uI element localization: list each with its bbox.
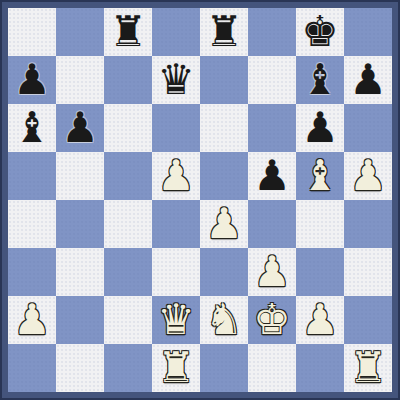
- square-b2[interactable]: [56, 296, 104, 344]
- square-e2[interactable]: ♞: [200, 296, 248, 344]
- white-rook-h1[interactable]: ♜: [349, 344, 387, 392]
- white-bishop-g5[interactable]: ♝: [301, 152, 339, 200]
- white-pawn-a2[interactable]: ♟: [13, 296, 51, 344]
- square-e3[interactable]: [200, 248, 248, 296]
- square-e6[interactable]: [200, 104, 248, 152]
- square-h1[interactable]: ♜: [344, 344, 392, 392]
- square-f2[interactable]: ♚: [248, 296, 296, 344]
- square-f1[interactable]: [248, 344, 296, 392]
- square-h3[interactable]: [344, 248, 392, 296]
- square-c2[interactable]: [104, 296, 152, 344]
- square-d7[interactable]: ♛: [152, 56, 200, 104]
- square-a7[interactable]: ♟: [8, 56, 56, 104]
- square-b1[interactable]: [56, 344, 104, 392]
- square-e1[interactable]: [200, 344, 248, 392]
- white-pawn-g2[interactable]: ♟: [301, 296, 339, 344]
- black-bishop-a6[interactable]: ♝: [13, 104, 51, 152]
- square-g3[interactable]: [296, 248, 344, 296]
- square-f8[interactable]: [248, 8, 296, 56]
- square-d4[interactable]: [152, 200, 200, 248]
- square-a8[interactable]: [8, 8, 56, 56]
- square-a5[interactable]: [8, 152, 56, 200]
- square-f5[interactable]: ♟: [248, 152, 296, 200]
- square-g1[interactable]: [296, 344, 344, 392]
- black-rook-c8[interactable]: ♜: [109, 8, 147, 56]
- square-g5[interactable]: ♝: [296, 152, 344, 200]
- square-b7[interactable]: [56, 56, 104, 104]
- square-e5[interactable]: [200, 152, 248, 200]
- square-d1[interactable]: ♜: [152, 344, 200, 392]
- white-pawn-f3[interactable]: ♟: [253, 248, 291, 296]
- square-g6[interactable]: ♟: [296, 104, 344, 152]
- square-d6[interactable]: [152, 104, 200, 152]
- square-a3[interactable]: [8, 248, 56, 296]
- square-b8[interactable]: [56, 8, 104, 56]
- black-rook-e8[interactable]: ♜: [205, 8, 243, 56]
- square-h5[interactable]: ♟: [344, 152, 392, 200]
- square-c8[interactable]: ♜: [104, 8, 152, 56]
- square-b6[interactable]: ♟: [56, 104, 104, 152]
- square-h8[interactable]: [344, 8, 392, 56]
- square-c6[interactable]: [104, 104, 152, 152]
- black-pawn-b6[interactable]: ♟: [61, 104, 99, 152]
- black-pawn-g6[interactable]: ♟: [301, 104, 339, 152]
- square-f7[interactable]: [248, 56, 296, 104]
- square-b5[interactable]: [56, 152, 104, 200]
- square-g2[interactable]: ♟: [296, 296, 344, 344]
- square-c4[interactable]: [104, 200, 152, 248]
- white-knight-e2[interactable]: ♞: [205, 296, 243, 344]
- square-g7[interactable]: ♝: [296, 56, 344, 104]
- square-e7[interactable]: [200, 56, 248, 104]
- square-a2[interactable]: ♟: [8, 296, 56, 344]
- square-a1[interactable]: [8, 344, 56, 392]
- square-e8[interactable]: ♜: [200, 8, 248, 56]
- white-king-f2[interactable]: ♚: [253, 296, 291, 344]
- square-d8[interactable]: [152, 8, 200, 56]
- square-a6[interactable]: ♝: [8, 104, 56, 152]
- square-c1[interactable]: [104, 344, 152, 392]
- square-h6[interactable]: [344, 104, 392, 152]
- square-f6[interactable]: [248, 104, 296, 152]
- square-d2[interactable]: ♛: [152, 296, 200, 344]
- square-d5[interactable]: ♟: [152, 152, 200, 200]
- white-pawn-h5[interactable]: ♟: [349, 152, 387, 200]
- square-c3[interactable]: [104, 248, 152, 296]
- white-rook-d1[interactable]: ♜: [157, 344, 195, 392]
- square-c7[interactable]: [104, 56, 152, 104]
- square-g4[interactable]: [296, 200, 344, 248]
- white-queen-d2[interactable]: ♛: [157, 296, 195, 344]
- square-g8[interactable]: ♚: [296, 8, 344, 56]
- square-h7[interactable]: ♟: [344, 56, 392, 104]
- black-king-g8[interactable]: ♚: [301, 8, 339, 56]
- chess-board-frame: ♜♜♚♟♛♝♟♝♟♟♟♟♝♟♟♟♟♛♞♚♟♜♜: [0, 0, 400, 400]
- square-a4[interactable]: [8, 200, 56, 248]
- black-queen-d7[interactable]: ♛: [157, 56, 195, 104]
- black-pawn-h7[interactable]: ♟: [349, 56, 387, 104]
- square-b4[interactable]: [56, 200, 104, 248]
- square-f4[interactable]: [248, 200, 296, 248]
- square-f3[interactable]: ♟: [248, 248, 296, 296]
- black-pawn-f5[interactable]: ♟: [253, 152, 291, 200]
- black-bishop-g7[interactable]: ♝: [301, 56, 339, 104]
- black-pawn-a7[interactable]: ♟: [13, 56, 51, 104]
- square-h4[interactable]: [344, 200, 392, 248]
- chess-board: ♜♜♚♟♛♝♟♝♟♟♟♟♝♟♟♟♟♛♞♚♟♜♜: [8, 8, 392, 392]
- square-b3[interactable]: [56, 248, 104, 296]
- white-pawn-d5[interactable]: ♟: [157, 152, 195, 200]
- square-h2[interactable]: [344, 296, 392, 344]
- white-pawn-e4[interactable]: ♟: [205, 200, 243, 248]
- square-d3[interactable]: [152, 248, 200, 296]
- square-e4[interactable]: ♟: [200, 200, 248, 248]
- square-c5[interactable]: [104, 152, 152, 200]
